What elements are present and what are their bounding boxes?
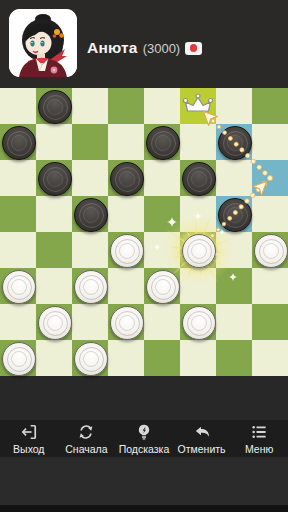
cell-h8[interactable] <box>252 88 288 124</box>
white-piece-a1[interactable] <box>2 342 36 376</box>
black-piece-c5[interactable] <box>74 198 108 232</box>
cell-c1[interactable] <box>72 340 108 376</box>
cell-b5[interactable] <box>36 196 72 232</box>
avatar-girl-illustration <box>9 9 77 77</box>
cell-h6[interactable] <box>252 160 288 196</box>
cell-e2[interactable] <box>144 304 180 340</box>
japan-flag-icon <box>185 42 202 55</box>
white-piece-c3[interactable] <box>74 270 108 304</box>
cell-c5[interactable] <box>72 196 108 232</box>
toolbar-restart-button[interactable]: Сначала <box>58 422 115 455</box>
cell-a5[interactable] <box>0 196 36 232</box>
cell-b7[interactable] <box>36 124 72 160</box>
player-info: Анюта (3000) <box>87 39 202 57</box>
cell-a4[interactable] <box>0 232 36 268</box>
cell-g8[interactable] <box>216 88 252 124</box>
cell-a6[interactable] <box>0 160 36 196</box>
cell-f5[interactable] <box>180 196 216 232</box>
cell-e6[interactable] <box>144 160 180 196</box>
cell-c4[interactable] <box>72 232 108 268</box>
cell-e1[interactable] <box>144 340 180 376</box>
white-piece-d4[interactable] <box>110 234 144 268</box>
cell-h4[interactable] <box>252 232 288 268</box>
cell-g4[interactable] <box>216 232 252 268</box>
cell-a1[interactable] <box>0 340 36 376</box>
cell-d2[interactable] <box>108 304 144 340</box>
cell-d3[interactable] <box>108 268 144 304</box>
white-piece-f2[interactable] <box>182 306 216 340</box>
checkers-board <box>0 88 288 376</box>
toolbar-menu-button[interactable]: Меню <box>231 422 288 455</box>
cell-h7[interactable] <box>252 124 288 160</box>
hint-icon <box>134 422 154 442</box>
cell-e3[interactable] <box>144 268 180 304</box>
cell-b6[interactable] <box>36 160 72 196</box>
white-piece-c1[interactable] <box>74 342 108 376</box>
cell-d4[interactable] <box>108 232 144 268</box>
cell-g2[interactable] <box>216 304 252 340</box>
board-bottom-gap <box>0 376 288 420</box>
cell-h1[interactable] <box>252 340 288 376</box>
toolbar-undo-button[interactable]: Отменить <box>173 422 230 455</box>
menu-icon <box>249 422 269 442</box>
crown-icon <box>180 88 216 124</box>
black-piece-g7[interactable] <box>218 126 252 160</box>
white-piece-b2[interactable] <box>38 306 72 340</box>
white-piece-e3[interactable] <box>146 270 180 304</box>
cell-a3[interactable] <box>0 268 36 304</box>
cell-d5[interactable] <box>108 196 144 232</box>
white-piece-a3[interactable] <box>2 270 36 304</box>
cell-d6[interactable] <box>108 160 144 196</box>
toolbar-label: Подсказка <box>119 443 170 455</box>
restart-icon <box>76 422 96 442</box>
cell-h5[interactable] <box>252 196 288 232</box>
cell-c3[interactable] <box>72 268 108 304</box>
black-piece-g5[interactable] <box>218 198 252 232</box>
bottom-panel <box>0 457 288 505</box>
cell-d7[interactable] <box>108 124 144 160</box>
toolbar-label: Сначала <box>65 443 107 455</box>
cell-b1[interactable] <box>36 340 72 376</box>
cell-b3[interactable] <box>36 268 72 304</box>
cell-e4[interactable] <box>144 232 180 268</box>
cell-d8[interactable] <box>108 88 144 124</box>
cell-f4[interactable] <box>180 232 216 268</box>
opponent-header: Анюта (3000) <box>0 0 288 88</box>
cell-f6[interactable] <box>180 160 216 196</box>
cell-g1[interactable] <box>216 340 252 376</box>
player-name: Анюта <box>87 39 138 57</box>
cell-f2[interactable] <box>180 304 216 340</box>
cell-a8[interactable] <box>0 88 36 124</box>
cell-b8[interactable] <box>36 88 72 124</box>
toolbar-hint-button[interactable]: Подсказка <box>115 422 172 455</box>
black-piece-b6[interactable] <box>38 162 72 196</box>
white-piece-f4[interactable] <box>182 234 216 268</box>
cell-a7[interactable] <box>0 124 36 160</box>
undo-icon <box>192 422 212 442</box>
cell-f3[interactable] <box>180 268 216 304</box>
toolbar-label: Отменить <box>178 443 226 455</box>
white-piece-h4[interactable] <box>254 234 288 268</box>
player-avatar[interactable] <box>9 9 77 77</box>
cell-h3[interactable] <box>252 268 288 304</box>
cell-b4[interactable] <box>36 232 72 268</box>
cell-b2[interactable] <box>36 304 72 340</box>
cell-g7[interactable] <box>216 124 252 160</box>
cell-c6[interactable] <box>72 160 108 196</box>
cell-f1[interactable] <box>180 340 216 376</box>
cell-g5[interactable] <box>216 196 252 232</box>
cell-c2[interactable] <box>72 304 108 340</box>
cell-c8[interactable] <box>72 88 108 124</box>
toolbar-label: Выход <box>13 443 44 455</box>
player-rating: (3000) <box>143 41 181 56</box>
cell-e7[interactable] <box>144 124 180 160</box>
cell-e8[interactable] <box>144 88 180 124</box>
black-piece-f6[interactable] <box>182 162 216 196</box>
white-piece-d2[interactable] <box>110 306 144 340</box>
cell-g3[interactable] <box>216 268 252 304</box>
checkers-app: Анюта (3000) ВыходСначалаПодсказкаОтмени… <box>0 0 288 512</box>
cell-a2[interactable] <box>0 304 36 340</box>
screen-bottom-edge <box>0 505 288 512</box>
toolbar-exit-button[interactable]: Выход <box>0 422 57 455</box>
cell-h2[interactable] <box>252 304 288 340</box>
exit-icon <box>19 422 39 442</box>
cell-f8[interactable] <box>180 88 216 124</box>
cell-g6[interactable] <box>216 160 252 196</box>
bottom-toolbar: ВыходСначалаПодсказкаОтменитьМеню <box>0 420 288 457</box>
black-piece-a7[interactable] <box>2 126 36 160</box>
cell-e5[interactable] <box>144 196 180 232</box>
black-piece-b8[interactable] <box>38 90 72 124</box>
cell-f7[interactable] <box>180 124 216 160</box>
cell-c7[interactable] <box>72 124 108 160</box>
cell-d1[interactable] <box>108 340 144 376</box>
black-piece-e7[interactable] <box>146 126 180 160</box>
toolbar-label: Меню <box>245 443 273 455</box>
black-piece-d6[interactable] <box>110 162 144 196</box>
